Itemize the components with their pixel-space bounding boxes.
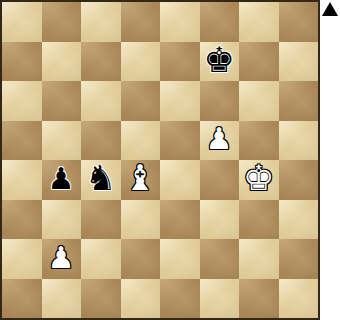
- square-e1[interactable]: [160, 279, 200, 319]
- square-c6[interactable]: [81, 81, 121, 121]
- square-f2[interactable]: [200, 239, 240, 279]
- square-c1[interactable]: [81, 279, 121, 319]
- square-c2[interactable]: [81, 239, 121, 279]
- square-b1[interactable]: [42, 279, 82, 319]
- white-pawn-piece[interactable]: ♟: [206, 124, 233, 154]
- square-f6[interactable]: [200, 81, 240, 121]
- square-b8[interactable]: [42, 2, 82, 42]
- board-frame: ♚♟♟♞♝♚♟: [0, 0, 320, 320]
- square-b4[interactable]: ♟: [42, 160, 82, 200]
- square-g7[interactable]: [239, 42, 279, 82]
- black-knight-piece[interactable]: ♞: [85, 161, 116, 196]
- square-b6[interactable]: [42, 81, 82, 121]
- white-bishop-piece[interactable]: ♝: [125, 161, 156, 196]
- black-pawn-piece[interactable]: ♟: [48, 164, 75, 194]
- square-d5[interactable]: [121, 121, 161, 161]
- square-a8[interactable]: [2, 2, 42, 42]
- square-g5[interactable]: [239, 121, 279, 161]
- square-h1[interactable]: [279, 279, 319, 319]
- square-g1[interactable]: [239, 279, 279, 319]
- chess-diagram: ♚♟♟♞♝♚♟: [0, 0, 340, 320]
- square-a1[interactable]: [2, 279, 42, 319]
- chess-board: ♚♟♟♞♝♚♟: [2, 2, 318, 318]
- square-d8[interactable]: [121, 2, 161, 42]
- square-a6[interactable]: [2, 81, 42, 121]
- square-g6[interactable]: [239, 81, 279, 121]
- square-h7[interactable]: [279, 42, 319, 82]
- white-pawn-piece[interactable]: ♟: [48, 243, 75, 273]
- side-to-move-triangle-icon: [322, 2, 338, 16]
- square-f8[interactable]: [200, 2, 240, 42]
- square-g8[interactable]: [239, 2, 279, 42]
- side-panel: [320, 0, 340, 320]
- square-g4[interactable]: ♚: [239, 160, 279, 200]
- square-d2[interactable]: [121, 239, 161, 279]
- white-king-piece[interactable]: ♚: [243, 161, 274, 196]
- square-a3[interactable]: [2, 200, 42, 240]
- square-a5[interactable]: [2, 121, 42, 161]
- square-e2[interactable]: [160, 239, 200, 279]
- square-f4[interactable]: [200, 160, 240, 200]
- square-a7[interactable]: [2, 42, 42, 82]
- square-a2[interactable]: [2, 239, 42, 279]
- square-h6[interactable]: [279, 81, 319, 121]
- square-e6[interactable]: [160, 81, 200, 121]
- square-g2[interactable]: [239, 239, 279, 279]
- square-g3[interactable]: [239, 200, 279, 240]
- square-e8[interactable]: [160, 2, 200, 42]
- square-a4[interactable]: [2, 160, 42, 200]
- square-h3[interactable]: [279, 200, 319, 240]
- square-d6[interactable]: [121, 81, 161, 121]
- square-b7[interactable]: [42, 42, 82, 82]
- square-c8[interactable]: [81, 2, 121, 42]
- square-f3[interactable]: [200, 200, 240, 240]
- square-h8[interactable]: [279, 2, 319, 42]
- square-c3[interactable]: [81, 200, 121, 240]
- square-e3[interactable]: [160, 200, 200, 240]
- square-e7[interactable]: [160, 42, 200, 82]
- square-c4[interactable]: ♞: [81, 160, 121, 200]
- square-d7[interactable]: [121, 42, 161, 82]
- square-d4[interactable]: ♝: [121, 160, 161, 200]
- square-h5[interactable]: [279, 121, 319, 161]
- square-f5[interactable]: ♟: [200, 121, 240, 161]
- square-b3[interactable]: [42, 200, 82, 240]
- square-e5[interactable]: [160, 121, 200, 161]
- square-b2[interactable]: ♟: [42, 239, 82, 279]
- square-b5[interactable]: [42, 121, 82, 161]
- black-king-piece[interactable]: ♚: [204, 43, 235, 78]
- square-c5[interactable]: [81, 121, 121, 161]
- square-h2[interactable]: [279, 239, 319, 279]
- square-d3[interactable]: [121, 200, 161, 240]
- square-h4[interactable]: [279, 160, 319, 200]
- square-f7[interactable]: ♚: [200, 42, 240, 82]
- square-d1[interactable]: [121, 279, 161, 319]
- square-e4[interactable]: [160, 160, 200, 200]
- square-c7[interactable]: [81, 42, 121, 82]
- square-f1[interactable]: [200, 279, 240, 319]
